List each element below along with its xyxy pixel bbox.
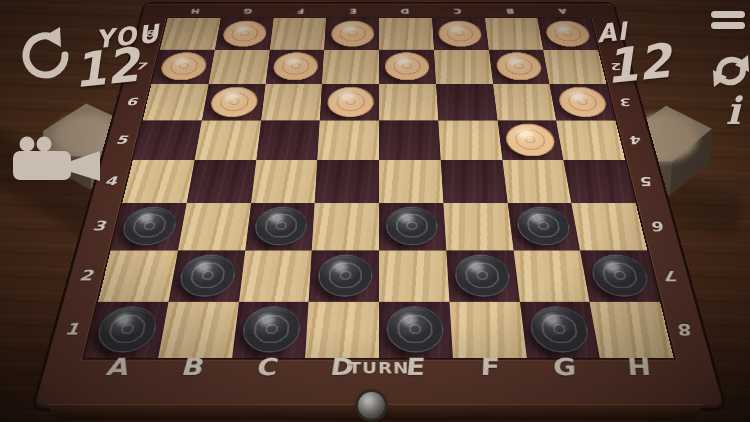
- square-E5[interactable]: [379, 120, 441, 160]
- file-label-bottom-H: H: [616, 349, 662, 386]
- square-D5[interactable]: [317, 120, 379, 160]
- square-H2[interactable]: ●: [580, 250, 660, 301]
- rank-label-right-5: 5: [633, 160, 660, 203]
- dark-piece-E1[interactable]: ●: [387, 306, 446, 352]
- square-F4[interactable]: [441, 160, 508, 203]
- square-D3[interactable]: [312, 203, 379, 250]
- square-E7[interactable]: ●: [379, 50, 436, 84]
- square-B3[interactable]: [178, 203, 251, 250]
- square-F8[interactable]: ●: [432, 18, 489, 50]
- file-label-top-C: C: [443, 4, 471, 17]
- file-label-top-H: H: [181, 4, 211, 17]
- square-G8[interactable]: [485, 18, 544, 50]
- square-G4[interactable]: [502, 160, 571, 203]
- square-A5[interactable]: [133, 120, 202, 160]
- menu-button[interactable]: [711, 11, 745, 33]
- light-piece-B8[interactable]: ●: [221, 21, 268, 47]
- square-A7[interactable]: ●: [152, 50, 215, 84]
- square-G7[interactable]: ●: [489, 50, 550, 84]
- square-B7[interactable]: [208, 50, 269, 84]
- square-B8[interactable]: ●: [215, 18, 274, 50]
- square-B4[interactable]: [186, 160, 255, 203]
- dark-piece-G1[interactable]: ●: [528, 306, 592, 352]
- square-E8[interactable]: [379, 18, 434, 50]
- square-C4[interactable]: [251, 160, 318, 203]
- file-label-top-D: D: [391, 4, 419, 17]
- square-H3[interactable]: [572, 203, 648, 250]
- light-piece-D6[interactable]: ●: [327, 87, 374, 117]
- square-C8[interactable]: [269, 18, 326, 50]
- square-A3[interactable]: ●: [111, 203, 187, 250]
- dark-piece-C3[interactable]: ●: [253, 207, 309, 246]
- dark-piece-A1[interactable]: ●: [94, 306, 161, 352]
- rank-label-right-6: 6: [643, 203, 672, 250]
- square-A4[interactable]: [122, 160, 194, 203]
- dark-piece-E3[interactable]: ●: [386, 207, 439, 246]
- square-C3[interactable]: ●: [245, 203, 315, 250]
- camera-button[interactable]: [11, 134, 103, 184]
- square-A2[interactable]: [98, 250, 178, 301]
- file-label-top-E: E: [339, 4, 367, 17]
- light-piece-G5[interactable]: ●: [504, 124, 557, 157]
- square-D6[interactable]: ●: [320, 84, 379, 121]
- file-label-top-A: A: [547, 4, 577, 17]
- turn-indicator-ball: [358, 392, 385, 419]
- square-B2[interactable]: ●: [168, 250, 245, 301]
- dark-piece-G3[interactable]: ●: [515, 207, 573, 246]
- square-E6[interactable]: [379, 84, 438, 121]
- square-D8[interactable]: ●: [324, 18, 379, 50]
- square-D7[interactable]: [322, 50, 379, 84]
- dark-piece-A3[interactable]: ●: [119, 207, 179, 246]
- square-B6[interactable]: ●: [202, 84, 266, 121]
- dark-piece-D2[interactable]: ●: [317, 254, 373, 296]
- dark-piece-H2[interactable]: ●: [588, 254, 652, 296]
- square-E4[interactable]: [379, 160, 443, 203]
- info-icon: i: [726, 88, 740, 133]
- square-F3[interactable]: [443, 203, 513, 250]
- board-grid: ●●●●●●●●●●●●●●●●●●●●●●●●: [84, 18, 674, 358]
- light-piece-D8[interactable]: ●: [330, 21, 374, 47]
- square-C2[interactable]: [239, 250, 312, 301]
- square-H4[interactable]: [564, 160, 636, 203]
- sync-button[interactable]: [712, 53, 750, 89]
- dark-piece-F2[interactable]: ●: [454, 254, 512, 296]
- video-camera-icon: [11, 172, 103, 187]
- square-C6[interactable]: [261, 84, 322, 121]
- file-label-bottom-C: C: [242, 349, 293, 386]
- dark-piece-B2[interactable]: ●: [177, 254, 238, 296]
- light-piece-F8[interactable]: ●: [438, 21, 483, 47]
- light-piece-G7[interactable]: ●: [495, 52, 544, 80]
- square-G6[interactable]: [493, 84, 557, 121]
- square-E3[interactable]: ●: [379, 203, 446, 250]
- square-H5[interactable]: [556, 120, 625, 160]
- rank-label-right-4: 4: [622, 120, 648, 160]
- square-D2[interactable]: ●: [309, 250, 379, 301]
- square-C5[interactable]: [256, 120, 320, 160]
- square-F5[interactable]: [438, 120, 502, 160]
- square-D4[interactable]: [315, 160, 379, 203]
- square-E2[interactable]: [379, 250, 449, 301]
- dark-piece-C1[interactable]: ●: [240, 306, 301, 352]
- info-button[interactable]: i: [718, 92, 748, 130]
- light-piece-C7[interactable]: ●: [272, 52, 319, 80]
- rank-label-right-8: 8: [668, 302, 701, 358]
- menu-icon: [711, 11, 745, 29]
- file-label-bottom-F: F: [468, 349, 512, 386]
- square-G5[interactable]: ●: [497, 120, 563, 160]
- file-label-top-B: B: [495, 4, 524, 17]
- square-G2[interactable]: [513, 250, 590, 301]
- square-F2[interactable]: ●: [446, 250, 519, 301]
- file-label-bottom-G: G: [543, 349, 587, 386]
- file-label-top-F: F: [286, 4, 314, 17]
- square-F7[interactable]: [434, 50, 493, 84]
- square-B5[interactable]: [194, 120, 260, 160]
- player-you-score: 12: [53, 35, 158, 100]
- light-piece-E7[interactable]: ●: [385, 52, 430, 80]
- rank-label-right-7: 7: [655, 250, 686, 301]
- square-C7[interactable]: ●: [265, 50, 324, 84]
- light-piece-A7[interactable]: ●: [159, 52, 209, 80]
- light-piece-B6[interactable]: ●: [209, 87, 260, 117]
- square-G3[interactable]: ●: [507, 203, 580, 250]
- file-label-top-G: G: [233, 4, 262, 17]
- square-F6[interactable]: [436, 84, 497, 121]
- player-ai-score: 12: [585, 31, 690, 96]
- turn-label: TURN: [345, 349, 414, 386]
